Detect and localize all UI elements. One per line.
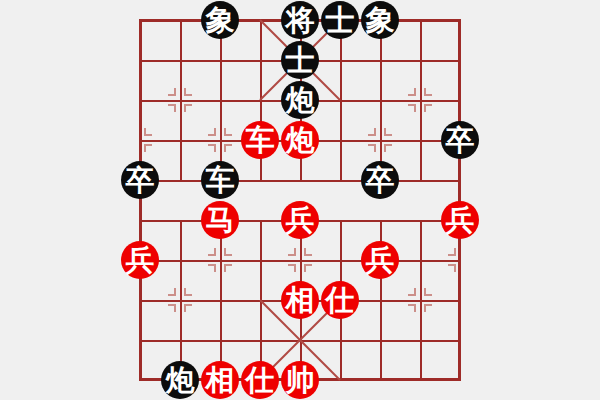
black-advisor[interactable]: 士: [321, 1, 359, 39]
red-soldier[interactable]: 兵: [361, 241, 399, 279]
black-soldier[interactable]: 卒: [441, 121, 479, 159]
grid-cell: [220, 300, 260, 340]
grid-cell: [380, 340, 420, 380]
grid-cell: [420, 340, 460, 380]
red-elephant[interactable]: 相: [281, 281, 319, 319]
xiangqi-screenshot: 象将士象士炮车炮卒卒车卒马兵兵兵兵相仕炮相仕帅: [0, 0, 600, 400]
grid-cell: [180, 260, 220, 300]
black-cannon[interactable]: 炮: [281, 81, 319, 119]
grid-cell: [340, 340, 380, 380]
grid-cell: [140, 100, 180, 140]
grid-cell: [420, 300, 460, 340]
black-advisor[interactable]: 士: [281, 41, 319, 79]
red-elephant[interactable]: 相: [201, 361, 239, 399]
grid-cell: [340, 60, 380, 100]
black-soldier[interactable]: 卒: [121, 161, 159, 199]
grid-cell: [140, 60, 180, 100]
grid-cell: [420, 60, 460, 100]
red-chariot[interactable]: 车: [241, 121, 279, 159]
grid-cell: [220, 260, 260, 300]
grid-cell: [180, 60, 220, 100]
red-advisor[interactable]: 仕: [321, 281, 359, 319]
red-advisor[interactable]: 仕: [241, 361, 279, 399]
black-soldier[interactable]: 卒: [361, 161, 399, 199]
grid-cell: [140, 300, 180, 340]
grid-cell: [420, 20, 460, 60]
grid-cell: [180, 100, 220, 140]
red-soldier[interactable]: 兵: [281, 201, 319, 239]
black-elephant[interactable]: 象: [361, 1, 399, 39]
grid-cell: [380, 100, 420, 140]
red-horse[interactable]: 马: [201, 201, 239, 239]
red-general[interactable]: 帅: [281, 361, 319, 399]
red-soldier[interactable]: 兵: [121, 241, 159, 279]
grid-cell: [340, 100, 380, 140]
red-cannon[interactable]: 炮: [281, 121, 319, 159]
grid-cell: [140, 20, 180, 60]
grid-cell: [420, 260, 460, 300]
grid-cell: [380, 300, 420, 340]
black-chariot[interactable]: 车: [201, 161, 239, 199]
black-cannon[interactable]: 炮: [161, 361, 199, 399]
grid-cell: [180, 300, 220, 340]
red-soldier[interactable]: 兵: [441, 201, 479, 239]
grid-cell: [380, 60, 420, 100]
grid-cell: [220, 60, 260, 100]
xiangqi-board: 象将士象士炮车炮卒卒车卒马兵兵兵兵相仕炮相仕帅: [140, 20, 460, 380]
black-general[interactable]: 将: [281, 1, 319, 39]
black-elephant[interactable]: 象: [201, 1, 239, 39]
